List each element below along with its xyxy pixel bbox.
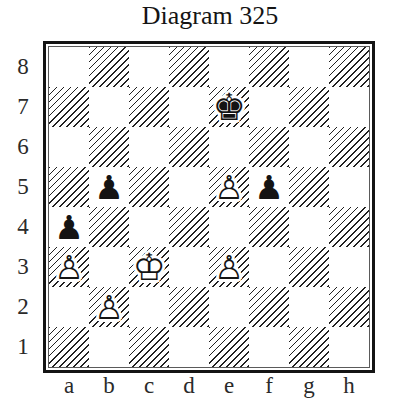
square-b6 — [89, 127, 129, 167]
square-f7 — [249, 87, 289, 127]
square-f6 — [249, 127, 289, 167]
square-c4 — [129, 207, 169, 247]
black-pawn-glyph: ♟ — [89, 167, 129, 207]
square-h5 — [329, 167, 369, 207]
square-b5: ♟♟ — [89, 167, 129, 207]
file-label-e: e — [209, 372, 249, 399]
white-pawn-glyph: ♙ — [89, 287, 129, 327]
square-g6 — [289, 127, 329, 167]
square-g7 — [289, 87, 329, 127]
square-f5: ♟♟ — [249, 167, 289, 207]
file-label-a: a — [49, 372, 89, 399]
square-d4 — [169, 207, 209, 247]
square-a7 — [49, 87, 89, 127]
square-d2 — [169, 287, 209, 327]
white-pawn: ♟♙ — [89, 287, 129, 327]
black-pawn: ♟♟ — [249, 167, 289, 207]
white-king-glyph: ♔ — [129, 247, 169, 287]
square-a4: ♟♟ — [49, 207, 89, 247]
square-e5: ♟♙ — [209, 167, 249, 207]
rank-label-1: 1 — [7, 327, 39, 367]
square-f3 — [249, 247, 289, 287]
square-d3 — [169, 247, 209, 287]
square-d5 — [169, 167, 209, 207]
white-pawn: ♟♙ — [209, 247, 249, 287]
square-h3 — [329, 247, 369, 287]
square-a5 — [49, 167, 89, 207]
square-c7 — [129, 87, 169, 127]
square-d7 — [169, 87, 209, 127]
rank-label-6: 6 — [7, 127, 39, 167]
square-g3 — [289, 247, 329, 287]
square-a8 — [49, 47, 89, 87]
file-label-f: f — [249, 372, 289, 399]
square-f8 — [249, 47, 289, 87]
square-f2 — [249, 287, 289, 327]
rank-label-8: 8 — [7, 47, 39, 87]
square-c2 — [129, 287, 169, 327]
square-c8 — [129, 47, 169, 87]
square-e7: ♚♚ — [209, 87, 249, 127]
square-b7 — [89, 87, 129, 127]
square-h7 — [329, 87, 369, 127]
rank-label-2: 2 — [7, 287, 39, 327]
square-d1 — [169, 327, 209, 367]
square-a1 — [49, 327, 89, 367]
square-e8 — [209, 47, 249, 87]
square-c5 — [129, 167, 169, 207]
board-frame: ♚♚♟♟♟♙♟♟♟♟♟♙♚♔♟♙♟♙ — [43, 41, 375, 373]
rank-label-7: 7 — [7, 87, 39, 127]
square-b2: ♟♙ — [89, 287, 129, 327]
square-f1 — [249, 327, 289, 367]
square-h8 — [329, 47, 369, 87]
square-b4 — [89, 207, 129, 247]
black-pawn-glyph: ♟ — [49, 207, 89, 247]
square-a6 — [49, 127, 89, 167]
square-h2 — [329, 287, 369, 327]
square-e4 — [209, 207, 249, 247]
white-pawn: ♟♙ — [49, 247, 89, 287]
diagram-title: Diagram 325 — [44, 1, 376, 31]
square-d8 — [169, 47, 209, 87]
square-e3: ♟♙ — [209, 247, 249, 287]
board-inner-border: ♚♚♟♟♟♙♟♟♟♟♟♙♚♔♟♙♟♙ — [48, 46, 370, 368]
black-king: ♚♚ — [209, 87, 249, 127]
white-pawn-glyph: ♙ — [209, 247, 249, 287]
square-d6 — [169, 127, 209, 167]
square-g4 — [289, 207, 329, 247]
rank-label-5: 5 — [7, 167, 39, 207]
rank-label-3: 3 — [7, 247, 39, 287]
black-pawn: ♟♟ — [49, 207, 89, 247]
black-pawn: ♟♟ — [89, 167, 129, 207]
white-pawn: ♟♙ — [209, 167, 249, 207]
square-e6 — [209, 127, 249, 167]
diagram-page: Diagram 325 87654321 ♚♚♟♟♟♙♟♟♟♟♟♙♚♔♟♙♟♙ … — [0, 0, 400, 400]
file-label-h: h — [329, 372, 369, 399]
file-label-g: g — [289, 372, 329, 399]
square-c6 — [129, 127, 169, 167]
file-label-c: c — [129, 372, 169, 399]
file-label-b: b — [89, 372, 129, 399]
white-pawn-glyph: ♙ — [49, 247, 89, 287]
square-b3 — [89, 247, 129, 287]
square-e1 — [209, 327, 249, 367]
rank-labels: 87654321 — [7, 47, 39, 367]
square-h1 — [329, 327, 369, 367]
square-f4 — [249, 207, 289, 247]
white-king: ♚♔ — [129, 247, 169, 287]
square-a3: ♟♙ — [49, 247, 89, 287]
square-c3: ♚♔ — [129, 247, 169, 287]
square-g8 — [289, 47, 329, 87]
black-king-glyph: ♚ — [209, 87, 249, 127]
square-c1 — [129, 327, 169, 367]
square-g5 — [289, 167, 329, 207]
file-label-d: d — [169, 372, 209, 399]
rank-label-4: 4 — [7, 207, 39, 247]
square-g1 — [289, 327, 329, 367]
white-pawn-glyph: ♙ — [209, 167, 249, 207]
square-e2 — [209, 287, 249, 327]
square-g2 — [289, 287, 329, 327]
square-b1 — [89, 327, 129, 367]
square-h4 — [329, 207, 369, 247]
file-labels: abcdefgh — [49, 372, 369, 399]
square-a2 — [49, 287, 89, 327]
square-h6 — [329, 127, 369, 167]
black-pawn-glyph: ♟ — [249, 167, 289, 207]
square-b8 — [89, 47, 129, 87]
chess-board: ♚♚♟♟♟♙♟♟♟♟♟♙♚♔♟♙♟♙ — [49, 47, 369, 367]
